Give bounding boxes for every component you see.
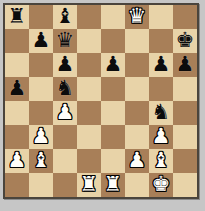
square-e8[interactable] [101, 5, 125, 29]
piece-black-pawn: ♟ [32, 29, 51, 52]
square-b8[interactable] [29, 5, 53, 29]
square-f8[interactable]: ♛ [125, 5, 149, 29]
square-a1[interactable] [5, 173, 29, 197]
piece-white-king: ♚ [152, 173, 171, 196]
piece-black-king: ♚ [176, 29, 195, 52]
piece-white-queen: ♛ [128, 5, 147, 28]
piece-black-rook: ♜ [8, 5, 27, 28]
square-e3[interactable] [101, 125, 125, 149]
piece-black-queen: ♛ [56, 29, 75, 52]
square-g5[interactable] [149, 77, 173, 101]
square-b3[interactable]: ♟ [29, 125, 53, 149]
piece-white-bishop: ♝ [152, 149, 171, 172]
piece-black-pawn: ♟ [8, 77, 27, 100]
square-c2[interactable] [53, 149, 77, 173]
square-c6[interactable]: ♟ [53, 53, 77, 77]
square-h2[interactable] [173, 149, 197, 173]
piece-white-pawn: ♟ [56, 101, 75, 124]
square-c8[interactable]: ♝ [53, 5, 77, 29]
square-a6[interactable] [5, 53, 29, 77]
square-g4[interactable]: ♞ [149, 101, 173, 125]
square-g6[interactable]: ♟ [149, 53, 173, 77]
square-f4[interactable] [125, 101, 149, 125]
square-c7[interactable]: ♛ [53, 29, 77, 53]
square-g3[interactable]: ♟ [149, 125, 173, 149]
chess-board-frame: ♜♝♛♟♛♚♟♟♟♟♟♞♟♞♟♟♟♝♟♝♜♜♚ [3, 3, 199, 199]
piece-white-pawn: ♟ [152, 125, 171, 148]
square-e6[interactable]: ♟ [101, 53, 125, 77]
square-b5[interactable] [29, 77, 53, 101]
square-a2[interactable]: ♟ [5, 149, 29, 173]
piece-black-knight: ♞ [56, 77, 75, 100]
square-d7[interactable] [77, 29, 101, 53]
square-d5[interactable] [77, 77, 101, 101]
square-d8[interactable] [77, 5, 101, 29]
square-d6[interactable] [77, 53, 101, 77]
square-a3[interactable] [5, 125, 29, 149]
piece-white-pawn: ♟ [128, 149, 147, 172]
square-c1[interactable] [53, 173, 77, 197]
square-a4[interactable] [5, 101, 29, 125]
square-h7[interactable]: ♚ [173, 29, 197, 53]
square-b4[interactable] [29, 101, 53, 125]
square-e4[interactable] [101, 101, 125, 125]
square-a5[interactable]: ♟ [5, 77, 29, 101]
piece-black-bishop: ♝ [56, 5, 75, 28]
square-e5[interactable] [101, 77, 125, 101]
piece-black-knight: ♞ [152, 101, 171, 124]
square-a7[interactable] [5, 29, 29, 53]
square-g8[interactable] [149, 5, 173, 29]
square-b2[interactable]: ♝ [29, 149, 53, 173]
square-g1[interactable]: ♚ [149, 173, 173, 197]
piece-black-pawn: ♟ [56, 53, 75, 76]
square-h4[interactable] [173, 101, 197, 125]
square-e2[interactable] [101, 149, 125, 173]
piece-white-pawn: ♟ [32, 125, 51, 148]
square-c5[interactable]: ♞ [53, 77, 77, 101]
square-g2[interactable]: ♝ [149, 149, 173, 173]
square-d1[interactable]: ♜ [77, 173, 101, 197]
square-h8[interactable] [173, 5, 197, 29]
square-d3[interactable] [77, 125, 101, 149]
piece-black-pawn: ♟ [104, 53, 123, 76]
piece-black-pawn: ♟ [152, 53, 171, 76]
square-e7[interactable] [101, 29, 125, 53]
square-b1[interactable] [29, 173, 53, 197]
square-f7[interactable] [125, 29, 149, 53]
chess-board: ♜♝♛♟♛♚♟♟♟♟♟♞♟♞♟♟♟♝♟♝♜♜♚ [5, 5, 197, 197]
square-d4[interactable] [77, 101, 101, 125]
square-f6[interactable] [125, 53, 149, 77]
square-c4[interactable]: ♟ [53, 101, 77, 125]
square-d2[interactable] [77, 149, 101, 173]
square-h3[interactable] [173, 125, 197, 149]
square-b6[interactable] [29, 53, 53, 77]
square-f3[interactable] [125, 125, 149, 149]
piece-white-bishop: ♝ [32, 149, 51, 172]
square-h1[interactable] [173, 173, 197, 197]
piece-white-pawn: ♟ [8, 149, 27, 172]
square-f1[interactable] [125, 173, 149, 197]
piece-white-rook: ♜ [104, 173, 123, 196]
piece-black-pawn: ♟ [176, 53, 195, 76]
square-e1[interactable]: ♜ [101, 173, 125, 197]
square-g7[interactable] [149, 29, 173, 53]
square-h6[interactable]: ♟ [173, 53, 197, 77]
piece-white-rook: ♜ [80, 173, 99, 196]
square-a8[interactable]: ♜ [5, 5, 29, 29]
square-f5[interactable] [125, 77, 149, 101]
square-h5[interactable] [173, 77, 197, 101]
square-c3[interactable] [53, 125, 77, 149]
square-b7[interactable]: ♟ [29, 29, 53, 53]
square-f2[interactable]: ♟ [125, 149, 149, 173]
